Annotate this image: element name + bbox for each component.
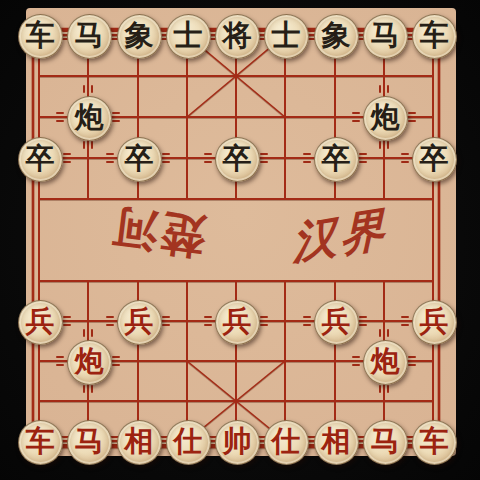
piece-red-general[interactable]: 帅 (215, 420, 260, 465)
point-marker (260, 316, 268, 318)
point-marker (408, 112, 416, 114)
piece-red-elephant[interactable]: 相 (117, 420, 162, 465)
piece-glyph: 炮 (75, 103, 104, 132)
piece-black-advisor[interactable]: 士 (264, 14, 309, 59)
point-marker (204, 324, 212, 326)
point-marker (83, 385, 85, 393)
point-marker (56, 356, 64, 358)
point-marker (379, 141, 381, 149)
piece-black-horse[interactable]: 马 (363, 14, 408, 59)
piece-glyph: 象 (125, 21, 154, 50)
piece-black-chariot[interactable]: 车 (18, 14, 63, 59)
piece-glyph: 兵 (420, 307, 449, 336)
point-marker (387, 329, 389, 337)
piece-black-elephant[interactable]: 象 (117, 14, 162, 59)
point-marker (260, 324, 268, 326)
piece-red-chariot[interactable]: 车 (18, 420, 63, 465)
point-marker (401, 316, 409, 318)
point-marker (204, 153, 212, 155)
point-marker (401, 161, 409, 163)
piece-glyph: 车 (26, 427, 55, 456)
point-marker (303, 153, 311, 155)
point-marker (379, 329, 381, 337)
point-marker (352, 364, 360, 366)
piece-black-soldier[interactable]: 卒 (18, 137, 63, 182)
piece-glyph: 炮 (75, 347, 104, 376)
piece-glyph: 卒 (26, 144, 55, 173)
point-marker (303, 316, 311, 318)
point-marker (91, 385, 93, 393)
xiangqi-board[interactable]: 楚河 汉界 车马象士将士象马车炮炮卒卒卒卒卒兵兵兵兵兵炮炮车马相仕帅仕相马车 (26, 8, 456, 456)
point-marker (91, 329, 93, 337)
point-marker (162, 324, 170, 326)
screenshot-background: 楚河 汉界 车马象士将士象马车炮炮卒卒卒卒卒兵兵兵兵兵炮炮车马相仕帅仕相马车 (0, 0, 480, 480)
piece-red-elephant[interactable]: 相 (314, 420, 359, 465)
point-marker (379, 385, 381, 393)
point-marker (303, 161, 311, 163)
piece-glyph: 炮 (371, 347, 400, 376)
point-marker (401, 324, 409, 326)
piece-glyph: 马 (371, 21, 400, 50)
piece-black-soldier[interactable]: 卒 (314, 137, 359, 182)
piece-red-soldier[interactable]: 兵 (314, 300, 359, 345)
piece-glyph: 卒 (322, 144, 351, 173)
piece-black-soldier[interactable]: 卒 (215, 137, 260, 182)
point-marker (162, 161, 170, 163)
piece-glyph: 兵 (26, 307, 55, 336)
river-label-chuhe-text: 楚河 (107, 196, 210, 267)
piece-glyph: 相 (322, 427, 351, 456)
point-marker (63, 161, 71, 163)
point-marker (352, 120, 360, 122)
point-marker (56, 364, 64, 366)
point-marker (106, 316, 114, 318)
piece-glyph: 马 (371, 427, 400, 456)
point-marker (106, 153, 114, 155)
piece-glyph: 兵 (223, 307, 252, 336)
point-marker (112, 120, 120, 122)
point-marker (359, 316, 367, 318)
point-marker (352, 356, 360, 358)
point-marker (56, 112, 64, 114)
point-marker (56, 120, 64, 122)
piece-red-soldier[interactable]: 兵 (18, 300, 63, 345)
point-marker (63, 316, 71, 318)
point-marker (204, 316, 212, 318)
point-marker (106, 161, 114, 163)
piece-glyph: 车 (26, 21, 55, 50)
point-marker (359, 324, 367, 326)
point-marker (112, 356, 120, 358)
point-marker (408, 356, 416, 358)
piece-glyph: 士 (272, 21, 301, 50)
piece-black-horse[interactable]: 马 (67, 14, 112, 59)
piece-red-horse[interactable]: 马 (67, 420, 112, 465)
piece-glyph: 兵 (322, 307, 351, 336)
point-marker (83, 85, 85, 93)
point-marker (91, 141, 93, 149)
piece-glyph: 将 (223, 21, 252, 50)
point-marker (401, 153, 409, 155)
point-marker (83, 141, 85, 149)
point-marker (260, 153, 268, 155)
piece-red-advisor[interactable]: 仕 (166, 420, 211, 465)
point-marker (83, 329, 85, 337)
piece-black-cannon[interactable]: 炮 (67, 96, 112, 141)
piece-red-horse[interactable]: 马 (363, 420, 408, 465)
piece-red-soldier[interactable]: 兵 (412, 300, 457, 345)
point-marker (379, 85, 381, 93)
point-marker (204, 161, 212, 163)
piece-glyph: 车 (420, 21, 449, 50)
piece-red-cannon[interactable]: 炮 (67, 340, 112, 385)
piece-glyph: 炮 (371, 103, 400, 132)
piece-red-soldier[interactable]: 兵 (117, 300, 162, 345)
point-marker (112, 364, 120, 366)
point-marker (387, 85, 389, 93)
point-marker (352, 112, 360, 114)
piece-black-elephant[interactable]: 象 (314, 14, 359, 59)
piece-black-general[interactable]: 将 (215, 14, 260, 59)
piece-red-cannon[interactable]: 炮 (363, 340, 408, 385)
point-marker (63, 324, 71, 326)
piece-glyph: 相 (125, 427, 154, 456)
point-marker (162, 316, 170, 318)
point-marker (260, 161, 268, 163)
point-marker (112, 112, 120, 114)
piece-red-advisor[interactable]: 仕 (264, 420, 309, 465)
point-marker (387, 141, 389, 149)
point-marker (408, 120, 416, 122)
piece-glyph: 帅 (223, 427, 252, 456)
point-marker (63, 153, 71, 155)
piece-red-soldier[interactable]: 兵 (215, 300, 260, 345)
piece-black-cannon[interactable]: 炮 (363, 96, 408, 141)
point-marker (106, 324, 114, 326)
point-marker (359, 153, 367, 155)
piece-glyph: 卒 (223, 144, 252, 173)
piece-black-soldier[interactable]: 卒 (117, 137, 162, 182)
piece-glyph: 仕 (272, 427, 301, 456)
piece-glyph: 士 (174, 21, 203, 50)
point-marker (91, 85, 93, 93)
piece-glyph: 象 (322, 21, 351, 50)
piece-glyph: 车 (420, 427, 449, 456)
point-marker (303, 324, 311, 326)
piece-glyph: 兵 (125, 307, 154, 336)
piece-red-chariot[interactable]: 车 (412, 420, 457, 465)
piece-black-soldier[interactable]: 卒 (412, 137, 457, 182)
piece-glyph: 马 (75, 21, 104, 50)
point-marker (162, 153, 170, 155)
piece-glyph: 卒 (420, 144, 449, 173)
piece-glyph: 马 (75, 427, 104, 456)
point-marker (387, 385, 389, 393)
piece-glyph: 仕 (174, 427, 203, 456)
point-marker (359, 161, 367, 163)
piece-black-advisor[interactable]: 士 (166, 14, 211, 59)
point-marker (408, 364, 416, 366)
piece-glyph: 卒 (125, 144, 154, 173)
piece-black-chariot[interactable]: 车 (412, 14, 457, 59)
